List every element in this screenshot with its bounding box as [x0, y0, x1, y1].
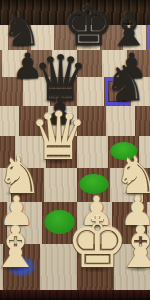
board-bottom-rail — [0, 290, 150, 300]
white-bishop-f1[interactable]: ♝ — [115, 219, 150, 276]
black-knight-f6[interactable]: ♞ — [104, 59, 147, 107]
square-b5[interactable] — [0, 106, 19, 136]
chess-app-screen: ♞♚♝♟♟♛♞♟♛♞♞♟♟♟♝♚♝ — [0, 0, 150, 300]
white-bishop-c1-selected[interactable]: ♝ — [0, 219, 41, 276]
pieces-layer: ♞♚♝♟♟♛♞♟♛♞♞♟♟♟♝♚♝ — [0, 0, 150, 300]
